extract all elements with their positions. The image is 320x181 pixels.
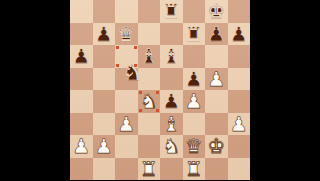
square-e6[interactable]: ♝ xyxy=(160,45,183,68)
square-f3[interactable] xyxy=(183,113,206,136)
square-g8[interactable]: ♚ xyxy=(205,0,228,23)
piece-black-pawn-a6[interactable]: ♟ xyxy=(70,45,93,68)
square-h4[interactable] xyxy=(228,90,251,113)
square-d2[interactable] xyxy=(138,135,161,158)
square-a2[interactable]: ♟ xyxy=(70,135,93,158)
square-g5[interactable]: ♟ xyxy=(205,68,228,91)
square-c8[interactable] xyxy=(115,0,138,23)
square-g7[interactable]: ♟ xyxy=(205,23,228,46)
square-e7[interactable] xyxy=(160,23,183,46)
piece-black-rook-e8[interactable]: ♜ xyxy=(160,0,183,23)
letterbox-left xyxy=(0,0,70,180)
square-g2[interactable]: ♚ xyxy=(205,135,228,158)
square-f6[interactable] xyxy=(183,45,206,68)
square-a4[interactable] xyxy=(70,90,93,113)
square-g1[interactable] xyxy=(205,158,228,181)
square-e5[interactable] xyxy=(160,68,183,91)
square-g3[interactable] xyxy=(205,113,228,136)
piece-white-rook-d1[interactable]: ♜ xyxy=(138,158,161,181)
square-b3[interactable] xyxy=(93,113,116,136)
square-f5[interactable]: ♟ xyxy=(183,68,206,91)
square-c4[interactable] xyxy=(115,90,138,113)
square-c2[interactable] xyxy=(115,135,138,158)
square-e3[interactable]: ♝ xyxy=(160,113,183,136)
move-highlight-corner xyxy=(134,46,137,49)
piece-black-pawn-h7[interactable]: ♟ xyxy=(228,23,251,46)
piece-white-queen-f2[interactable]: ♛ xyxy=(183,135,206,158)
piece-black-knight-animating[interactable]: ♞ xyxy=(121,62,144,85)
letterbox-right xyxy=(250,0,320,180)
square-g6[interactable] xyxy=(205,45,228,68)
move-highlight-corner xyxy=(116,64,119,67)
square-h8[interactable] xyxy=(228,0,251,23)
square-f4[interactable]: ♟ xyxy=(183,90,206,113)
video-frame: ♜♚♟♛♜♟♟♟♝♝♟♟♞♟♟♟♝♟♟♟♞♛♚♜♜♞ xyxy=(0,0,320,180)
square-h3[interactable]: ♟ xyxy=(228,113,251,136)
piece-black-pawn-f5[interactable]: ♟ xyxy=(183,68,206,91)
square-d4[interactable]: ♞ xyxy=(138,90,161,113)
square-g4[interactable] xyxy=(205,90,228,113)
square-e8[interactable]: ♜ xyxy=(160,0,183,23)
piece-black-rook-f7[interactable]: ♜ xyxy=(183,23,206,46)
square-d7[interactable] xyxy=(138,23,161,46)
piece-white-knight-d4[interactable]: ♞ xyxy=(138,90,161,113)
piece-white-knight-e2[interactable]: ♞ xyxy=(160,135,183,158)
piece-white-pawn-f4[interactable]: ♟ xyxy=(183,90,206,113)
square-f2[interactable]: ♛ xyxy=(183,135,206,158)
square-b7[interactable]: ♟ xyxy=(93,23,116,46)
square-e1[interactable] xyxy=(160,158,183,181)
square-a5[interactable] xyxy=(70,68,93,91)
square-b5[interactable] xyxy=(93,68,116,91)
piece-white-rook-f1[interactable]: ♜ xyxy=(183,158,206,181)
square-h6[interactable] xyxy=(228,45,251,68)
square-f8[interactable] xyxy=(183,0,206,23)
square-e2[interactable]: ♞ xyxy=(160,135,183,158)
chess-board[interactable]: ♜♚♟♛♜♟♟♟♝♝♟♟♞♟♟♟♝♟♟♟♞♛♚♜♜♞ xyxy=(70,0,250,180)
square-b8[interactable] xyxy=(93,0,116,23)
piece-black-queen-c7[interactable]: ♛ xyxy=(115,23,138,46)
square-c1[interactable] xyxy=(115,158,138,181)
square-a7[interactable] xyxy=(70,23,93,46)
square-a1[interactable] xyxy=(70,158,93,181)
square-h5[interactable] xyxy=(228,68,251,91)
square-h1[interactable] xyxy=(228,158,251,181)
piece-black-pawn-e4[interactable]: ♟ xyxy=(160,90,183,113)
square-c3[interactable]: ♟ xyxy=(115,113,138,136)
square-a3[interactable] xyxy=(70,113,93,136)
piece-white-pawn-g5[interactable]: ♟ xyxy=(205,68,228,91)
piece-black-bishop-e6[interactable]: ♝ xyxy=(160,45,183,68)
move-highlight-corner xyxy=(116,46,119,49)
piece-black-king-g8[interactable]: ♚ xyxy=(205,0,228,23)
square-f1[interactable]: ♜ xyxy=(183,158,206,181)
square-h7[interactable]: ♟ xyxy=(228,23,251,46)
piece-white-pawn-h3[interactable]: ♟ xyxy=(228,113,251,136)
square-d1[interactable]: ♜ xyxy=(138,158,161,181)
square-h2[interactable] xyxy=(228,135,251,158)
piece-black-pawn-g7[interactable]: ♟ xyxy=(205,23,228,46)
piece-white-king-g2[interactable]: ♚ xyxy=(205,135,228,158)
square-b2[interactable]: ♟ xyxy=(93,135,116,158)
square-a8[interactable] xyxy=(70,0,93,23)
square-d3[interactable] xyxy=(138,113,161,136)
piece-white-pawn-b2[interactable]: ♟ xyxy=(93,135,116,158)
square-b4[interactable] xyxy=(93,90,116,113)
square-d8[interactable] xyxy=(138,0,161,23)
piece-black-pawn-b7[interactable]: ♟ xyxy=(93,23,116,46)
square-f7[interactable]: ♜ xyxy=(183,23,206,46)
piece-white-pawn-c3[interactable]: ♟ xyxy=(115,113,138,136)
square-b1[interactable] xyxy=(93,158,116,181)
square-b6[interactable] xyxy=(93,45,116,68)
square-a6[interactable]: ♟ xyxy=(70,45,93,68)
square-c7[interactable]: ♛ xyxy=(115,23,138,46)
square-e4[interactable]: ♟ xyxy=(160,90,183,113)
piece-white-bishop-e3[interactable]: ♝ xyxy=(160,113,183,136)
piece-white-pawn-a2[interactable]: ♟ xyxy=(70,135,93,158)
